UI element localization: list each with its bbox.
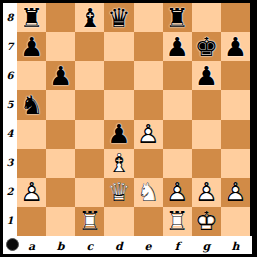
- file-labels-row: abcdefgh: [17, 236, 250, 254]
- white-bishop-piece[interactable]: ♝♗: [104, 149, 133, 178]
- white-king-piece[interactable]: ♚♔: [192, 207, 221, 236]
- rank-labels-gutter: 87654321: [3, 3, 17, 236]
- square-e2[interactable]: ♞♘: [134, 178, 163, 207]
- rank-label-6: 6: [3, 61, 17, 90]
- square-e3[interactable]: [134, 149, 163, 178]
- square-g7[interactable]: ♚: [192, 32, 221, 61]
- square-d7[interactable]: [104, 32, 133, 61]
- white-pawn-piece[interactable]: ♟♙: [134, 120, 163, 149]
- square-f1[interactable]: ♜♖: [163, 207, 192, 236]
- rank-label-3: 3: [3, 149, 17, 178]
- square-h5[interactable]: [221, 90, 250, 119]
- square-g8[interactable]: [192, 3, 221, 32]
- square-a1[interactable]: [17, 207, 46, 236]
- square-c2[interactable]: [75, 178, 104, 207]
- square-g6[interactable]: ♟: [192, 61, 221, 90]
- rank-label-2: 2: [3, 178, 17, 207]
- white-rook-piece[interactable]: ♜♖: [163, 207, 192, 236]
- white-pawn-piece[interactable]: ♟♙: [221, 178, 250, 207]
- white-piece-outline: ♙: [163, 178, 192, 207]
- black-knight-piece[interactable]: ♞: [17, 90, 46, 119]
- square-f8[interactable]: ♜: [163, 3, 192, 32]
- black-queen-piece[interactable]: ♛: [104, 3, 133, 32]
- square-a4[interactable]: [17, 120, 46, 149]
- white-pawn-piece[interactable]: ♟♙: [192, 178, 221, 207]
- square-b6[interactable]: ♟: [46, 61, 75, 90]
- square-h1[interactable]: [221, 207, 250, 236]
- black-king-piece[interactable]: ♚: [192, 32, 221, 61]
- square-e4[interactable]: ♟♙: [134, 120, 163, 149]
- square-d3[interactable]: ♝♗: [104, 149, 133, 178]
- square-c3[interactable]: [75, 149, 104, 178]
- square-h4[interactable]: [221, 120, 250, 149]
- chess-diagram: 87654321 ♜♝♛♜♟♟♚♟♟♟♞♟♟♙♝♗♟♙♛♕♞♘♟♙♟♙♟♙♜♖♜…: [0, 0, 257, 257]
- square-d8[interactable]: ♛: [104, 3, 133, 32]
- black-pawn-piece[interactable]: ♟: [221, 32, 250, 61]
- square-d2[interactable]: ♛♕: [104, 178, 133, 207]
- square-d5[interactable]: [104, 90, 133, 119]
- square-b3[interactable]: [46, 149, 75, 178]
- square-b2[interactable]: [46, 178, 75, 207]
- square-b5[interactable]: [46, 90, 75, 119]
- file-label-a: a: [17, 236, 46, 254]
- white-pawn-piece[interactable]: ♟♙: [163, 178, 192, 207]
- square-e7[interactable]: [134, 32, 163, 61]
- black-pawn-piece[interactable]: ♟: [163, 32, 192, 61]
- square-a7[interactable]: ♟: [17, 32, 46, 61]
- black-pawn-piece[interactable]: ♟: [104, 120, 133, 149]
- white-piece-outline: ♙: [17, 178, 46, 207]
- white-piece-outline: ♙: [221, 178, 250, 207]
- square-c6[interactable]: [75, 61, 104, 90]
- square-h7[interactable]: ♟: [221, 32, 250, 61]
- square-d6[interactable]: [104, 61, 133, 90]
- square-d4[interactable]: ♟: [104, 120, 133, 149]
- square-h6[interactable]: [221, 61, 250, 90]
- square-e5[interactable]: [134, 90, 163, 119]
- square-e8[interactable]: [134, 3, 163, 32]
- square-c4[interactable]: [75, 120, 104, 149]
- square-b1[interactable]: [46, 207, 75, 236]
- square-a6[interactable]: [17, 61, 46, 90]
- black-rook-piece[interactable]: ♜: [17, 3, 46, 32]
- square-f4[interactable]: [163, 120, 192, 149]
- square-a2[interactable]: ♟♙: [17, 178, 46, 207]
- file-label-e: e: [134, 236, 163, 254]
- square-e1[interactable]: [134, 207, 163, 236]
- square-a3[interactable]: [17, 149, 46, 178]
- square-f2[interactable]: ♟♙: [163, 178, 192, 207]
- square-h8[interactable]: [221, 3, 250, 32]
- file-label-b: b: [46, 236, 75, 254]
- white-piece-outline: ♕: [104, 178, 133, 207]
- square-f6[interactable]: [163, 61, 192, 90]
- rank-label-8: 8: [3, 3, 17, 32]
- square-c1[interactable]: ♜♖: [75, 207, 104, 236]
- white-rook-piece[interactable]: ♜♖: [75, 207, 104, 236]
- square-g3[interactable]: [192, 149, 221, 178]
- square-g5[interactable]: [192, 90, 221, 119]
- white-knight-piece[interactable]: ♞♘: [134, 178, 163, 207]
- square-b4[interactable]: [46, 120, 75, 149]
- file-label-d: d: [104, 236, 133, 254]
- square-g4[interactable]: [192, 120, 221, 149]
- black-rook-piece[interactable]: ♜: [163, 3, 192, 32]
- square-f3[interactable]: [163, 149, 192, 178]
- square-c7[interactable]: [75, 32, 104, 61]
- file-labels-gutter: abcdefgh: [3, 236, 252, 254]
- square-g1[interactable]: ♚♔: [192, 207, 221, 236]
- white-piece-outline: ♘: [134, 178, 163, 207]
- white-pawn-piece[interactable]: ♟♙: [17, 178, 46, 207]
- black-pawn-piece[interactable]: ♟: [192, 61, 221, 90]
- black-pawn-piece[interactable]: ♟: [17, 32, 46, 61]
- white-piece-outline: ♙: [134, 120, 163, 149]
- rank-label-5: 5: [3, 90, 17, 119]
- white-piece-outline: ♖: [75, 207, 104, 236]
- file-label-h: h: [221, 236, 250, 254]
- square-a5[interactable]: ♞: [17, 90, 46, 119]
- black-pawn-piece[interactable]: ♟: [46, 61, 75, 90]
- chess-board: ♜♝♛♜♟♟♚♟♟♟♞♟♟♙♝♗♟♙♛♕♞♘♟♙♟♙♟♙♜♖♜♖♚♔: [17, 3, 250, 236]
- file-label-g: g: [192, 236, 221, 254]
- rank-label-7: 7: [3, 32, 17, 61]
- file-label-c: c: [75, 236, 104, 254]
- rank-label-1: 1: [3, 207, 17, 236]
- square-b8[interactable]: [46, 3, 75, 32]
- black-bishop-piece[interactable]: ♝: [75, 3, 104, 32]
- square-c8[interactable]: ♝: [75, 3, 104, 32]
- white-piece-outline: ♗: [104, 149, 133, 178]
- square-d1[interactable]: [104, 207, 133, 236]
- white-piece-outline: ♙: [192, 178, 221, 207]
- square-a8[interactable]: ♜: [17, 3, 46, 32]
- white-queen-piece[interactable]: ♛♕: [104, 178, 133, 207]
- rank-label-4: 4: [3, 120, 17, 149]
- white-piece-outline: ♔: [192, 207, 221, 236]
- square-h2[interactable]: ♟♙: [221, 178, 250, 207]
- square-h3[interactable]: [221, 149, 250, 178]
- square-e6[interactable]: [134, 61, 163, 90]
- square-f5[interactable]: [163, 90, 192, 119]
- square-g2[interactable]: ♟♙: [192, 178, 221, 207]
- square-c5[interactable]: [75, 90, 104, 119]
- square-f7[interactable]: ♟: [163, 32, 192, 61]
- file-label-f: f: [163, 236, 192, 254]
- white-piece-outline: ♖: [163, 207, 192, 236]
- square-b7[interactable]: [46, 32, 75, 61]
